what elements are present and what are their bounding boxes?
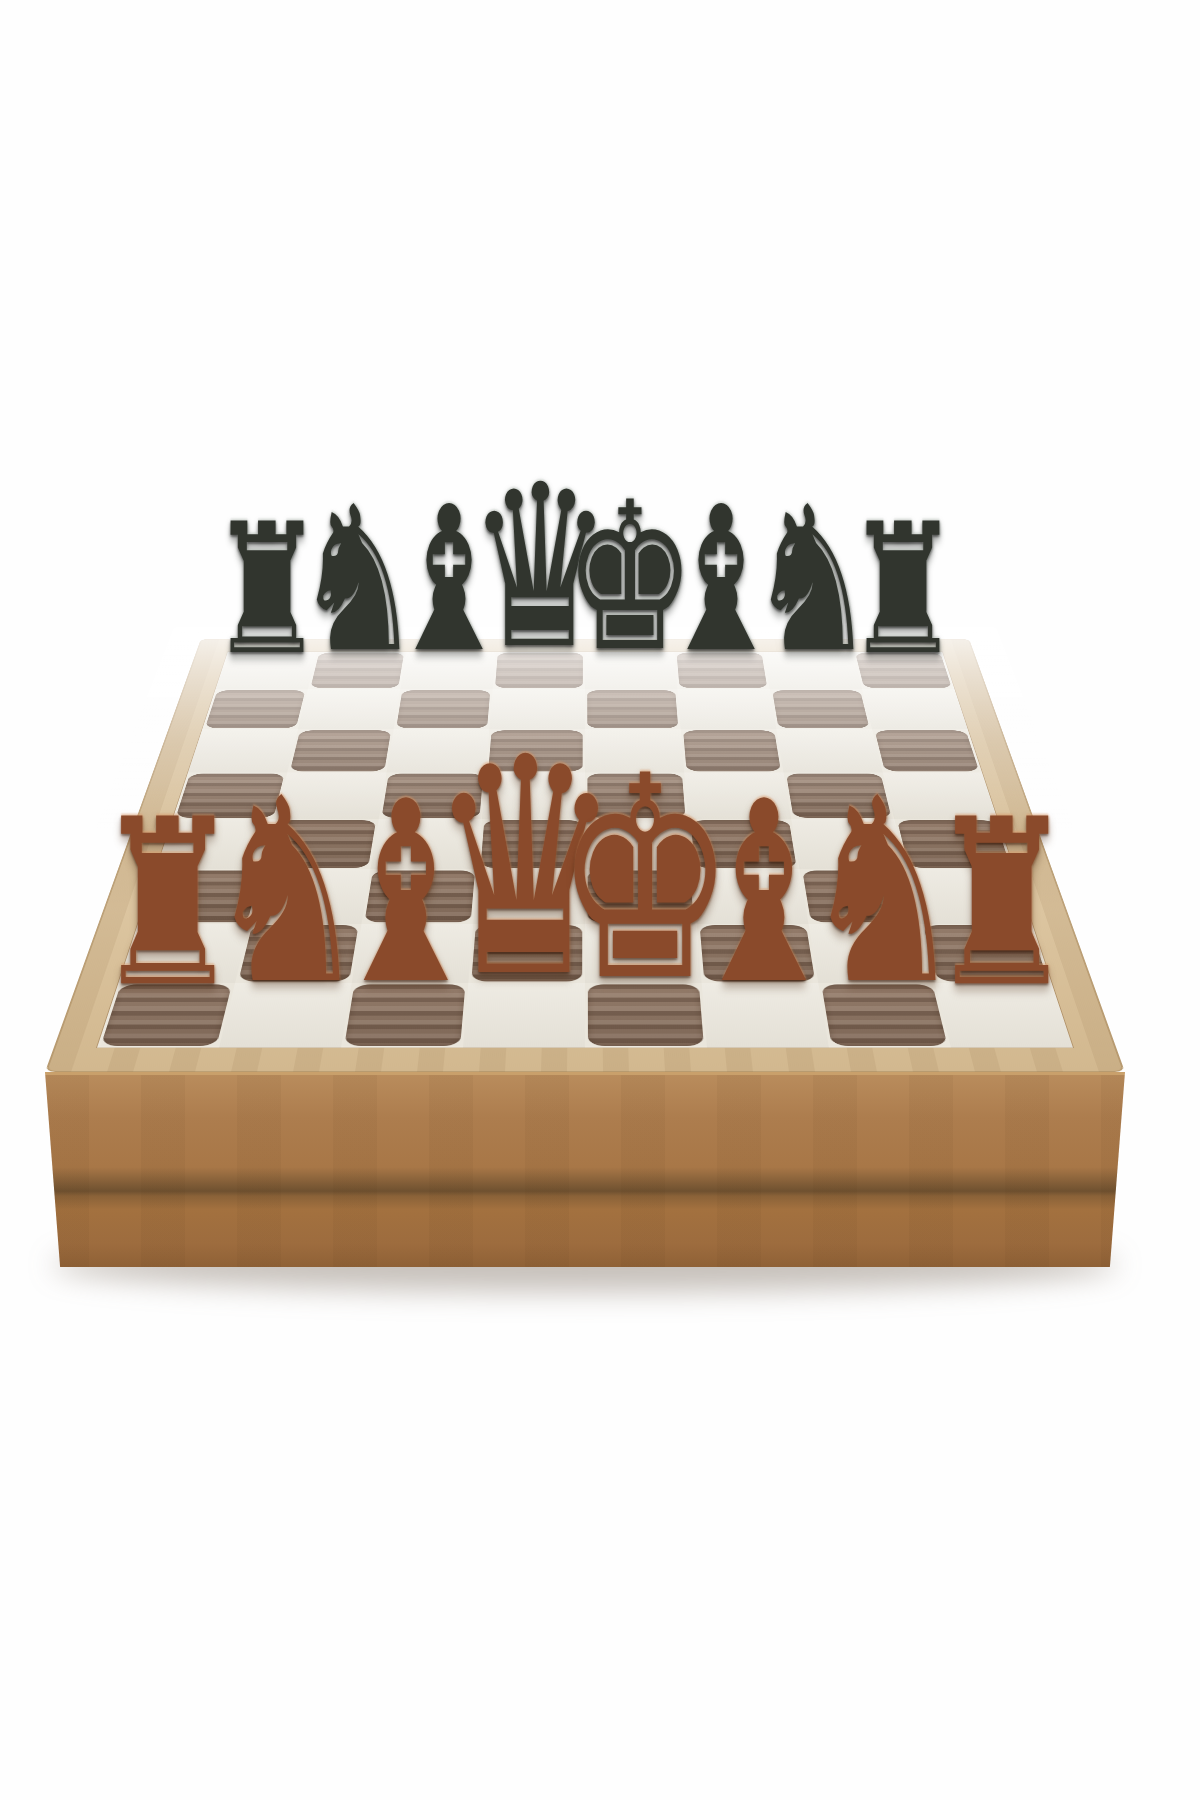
piece-pewter-black-rook-h8[interactable]: ♜ — [845, 500, 961, 680]
piece-copper-white-rook-h1[interactable]: ♜ — [928, 789, 1076, 1019]
product-photo: ♜♞♝♛♚♝♞♜♜♞♝♛♚♝♞♜ — [0, 0, 1200, 1800]
square-a7[interactable] — [202, 689, 308, 729]
chess-box-front — [45, 1072, 1125, 1267]
pieces-layer: ♜♞♝♛♚♝♞♜♜♞♝♛♚♝♞♜ — [0, 0, 1200, 1800]
square-h7[interactable] — [862, 689, 968, 729]
